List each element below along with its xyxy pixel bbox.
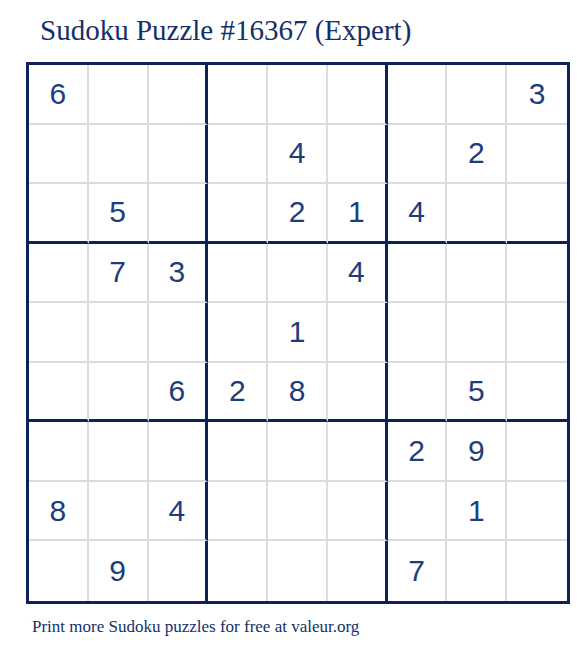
cell-r2c4 (208, 125, 268, 185)
cell-r6c3: 6 (149, 363, 209, 423)
cell-r1c7 (388, 65, 448, 125)
cell-r5c2 (89, 303, 149, 363)
cell-r3c7: 4 (388, 184, 448, 244)
cell-r6c7 (388, 363, 448, 423)
cell-r4c8 (447, 244, 507, 304)
cell-r9c8 (447, 541, 507, 601)
cell-r7c9 (507, 422, 567, 482)
cell-r3c1 (29, 184, 89, 244)
cell-r9c3 (149, 541, 209, 601)
cell-r1c6 (328, 65, 388, 125)
cell-r7c4 (208, 422, 268, 482)
cell-r9c6 (328, 541, 388, 601)
cell-r9c5 (268, 541, 328, 601)
cell-r7c3 (149, 422, 209, 482)
cell-r8c2 (89, 482, 149, 542)
cell-r6c2 (89, 363, 149, 423)
cell-r4c6: 4 (328, 244, 388, 304)
cell-r3c2: 5 (89, 184, 149, 244)
cell-r1c3 (149, 65, 209, 125)
cell-r8c5 (268, 482, 328, 542)
cell-r6c9 (507, 363, 567, 423)
cell-r2c8: 2 (447, 125, 507, 185)
page-root: Sudoku Puzzle #16367 (Expert) 6342521473… (0, 0, 580, 651)
cell-r2c7 (388, 125, 448, 185)
cell-r7c1 (29, 422, 89, 482)
cell-r5c9 (507, 303, 567, 363)
cell-r3c8 (447, 184, 507, 244)
cell-r1c2 (89, 65, 149, 125)
cell-r2c5: 4 (268, 125, 328, 185)
cell-r5c3 (149, 303, 209, 363)
cell-r7c2 (89, 422, 149, 482)
cell-r6c6 (328, 363, 388, 423)
cell-r2c1 (29, 125, 89, 185)
cell-r4c1 (29, 244, 89, 304)
cell-r1c4 (208, 65, 268, 125)
cell-r2c6 (328, 125, 388, 185)
cell-r5c8 (447, 303, 507, 363)
cell-r7c8: 9 (447, 422, 507, 482)
cell-r9c1 (29, 541, 89, 601)
cell-r1c1: 6 (29, 65, 89, 125)
cell-r5c6 (328, 303, 388, 363)
cell-r1c9: 3 (507, 65, 567, 125)
cell-r1c5 (268, 65, 328, 125)
cell-r4c4 (208, 244, 268, 304)
cell-r3c3 (149, 184, 209, 244)
cell-r2c2 (89, 125, 149, 185)
cell-r8c3: 4 (149, 482, 209, 542)
cell-r5c5: 1 (268, 303, 328, 363)
cell-r8c6 (328, 482, 388, 542)
cell-r8c8: 1 (447, 482, 507, 542)
cell-r4c5 (268, 244, 328, 304)
cell-r3c5: 2 (268, 184, 328, 244)
footer-text: Print more Sudoku puzzles for free at va… (32, 616, 359, 638)
cell-r2c3 (149, 125, 209, 185)
cell-r7c5 (268, 422, 328, 482)
cell-r7c6 (328, 422, 388, 482)
cell-r8c1: 8 (29, 482, 89, 542)
cell-r6c4: 2 (208, 363, 268, 423)
cell-r6c1 (29, 363, 89, 423)
sudoku-grid: 63425214734162852984197 (26, 62, 570, 604)
cell-r6c5: 8 (268, 363, 328, 423)
cell-r3c4 (208, 184, 268, 244)
cell-r4c7 (388, 244, 448, 304)
cell-r9c2: 9 (89, 541, 149, 601)
cell-r1c8 (447, 65, 507, 125)
cell-r7c7: 2 (388, 422, 448, 482)
cell-r3c9 (507, 184, 567, 244)
cell-r8c9 (507, 482, 567, 542)
cell-r4c2: 7 (89, 244, 149, 304)
cell-r4c3: 3 (149, 244, 209, 304)
page-title: Sudoku Puzzle #16367 (Expert) (40, 13, 411, 47)
cell-r9c4 (208, 541, 268, 601)
cell-r3c6: 1 (328, 184, 388, 244)
cell-r5c4 (208, 303, 268, 363)
cell-r4c9 (507, 244, 567, 304)
cell-r6c8: 5 (447, 363, 507, 423)
cell-r8c4 (208, 482, 268, 542)
cell-r9c9 (507, 541, 567, 601)
cell-r5c7 (388, 303, 448, 363)
cell-r8c7 (388, 482, 448, 542)
cell-r5c1 (29, 303, 89, 363)
cell-r9c7: 7 (388, 541, 448, 601)
cell-r2c9 (507, 125, 567, 185)
